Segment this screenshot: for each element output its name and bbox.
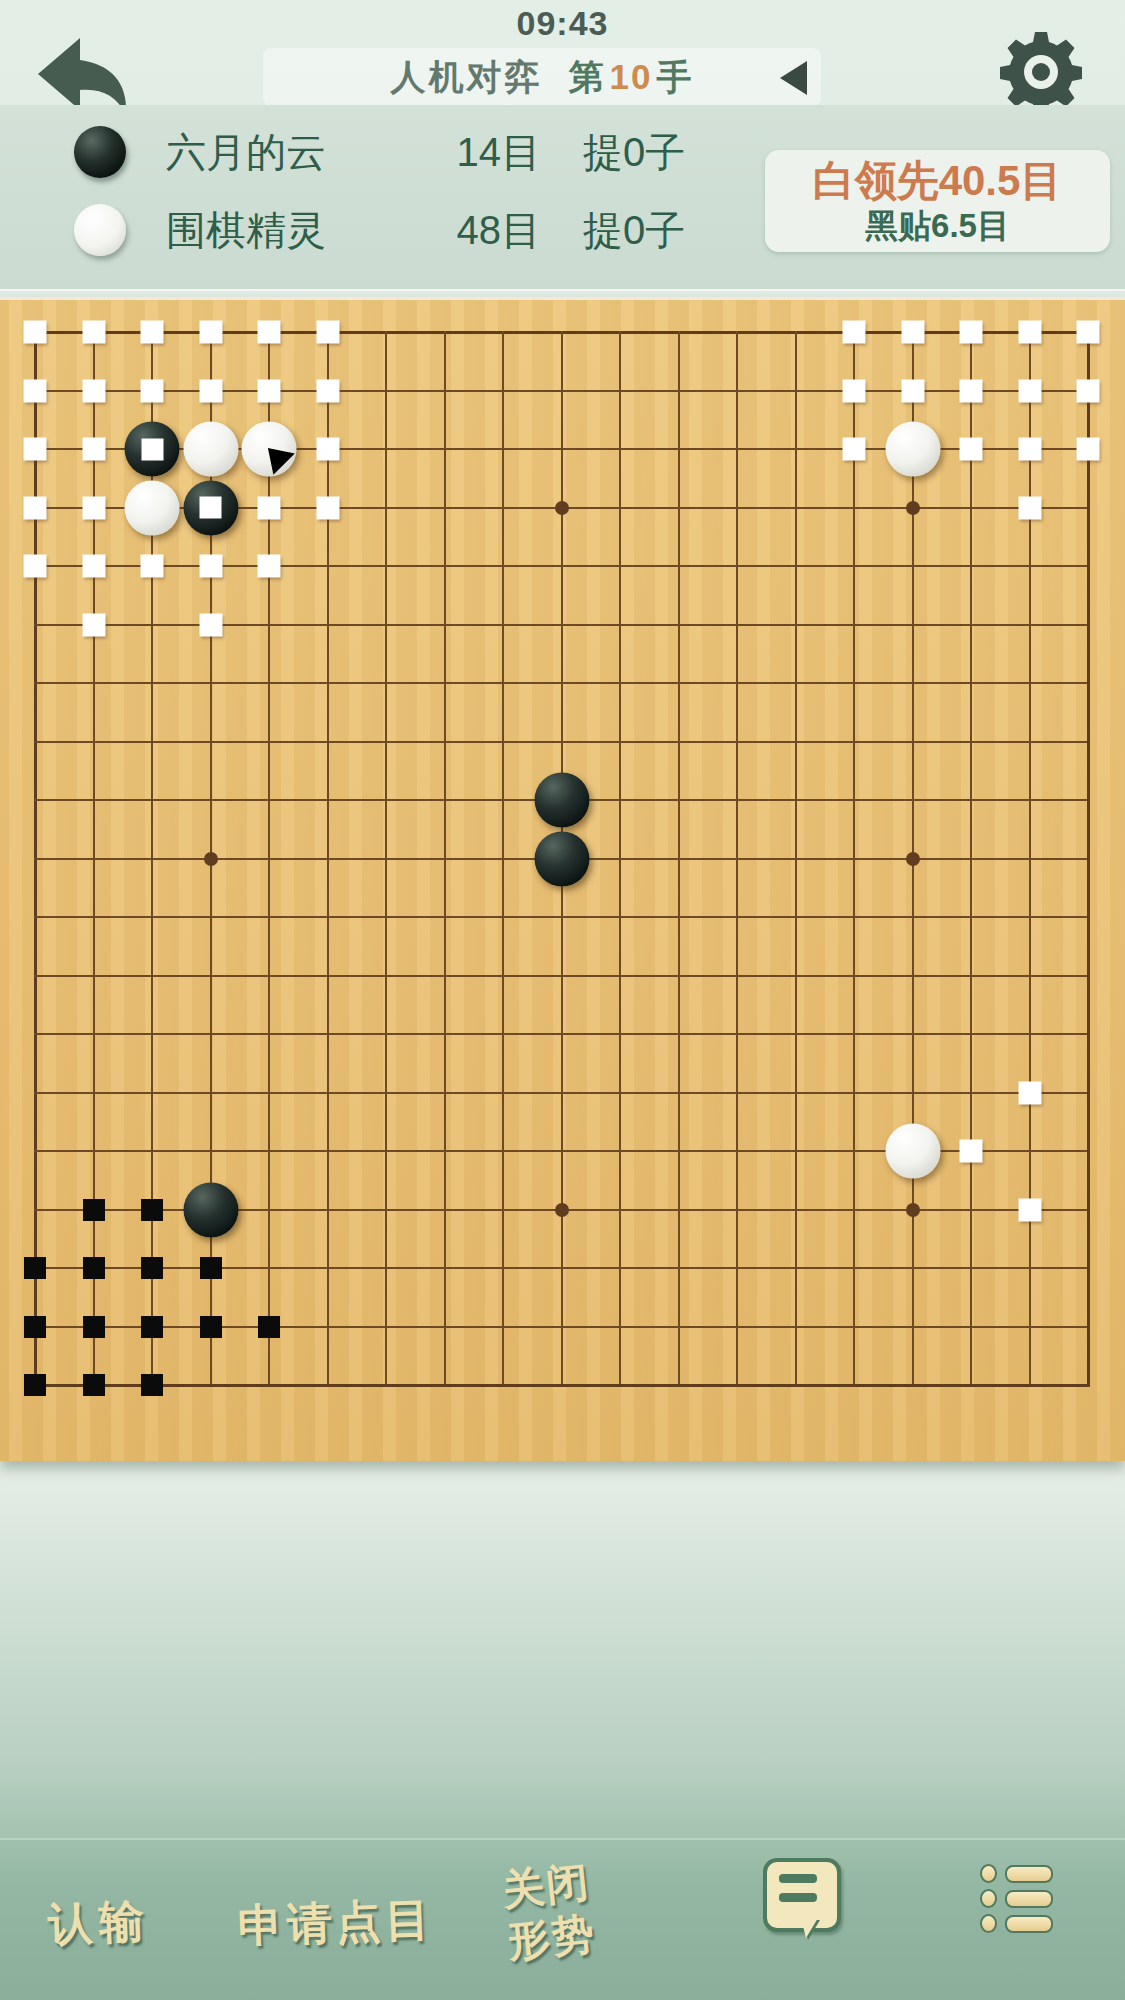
territory-marker-white	[258, 555, 281, 578]
territory-marker-white	[24, 321, 47, 344]
stone-white	[125, 480, 180, 535]
territory-marker-white	[316, 321, 339, 344]
chat-button[interactable]	[763, 1858, 841, 1932]
grid-line	[678, 331, 680, 1387]
white-player-name: 围棋精灵	[166, 203, 411, 258]
star-point	[555, 501, 569, 515]
white-captures-count: 提0子	[583, 203, 685, 258]
request-count-button[interactable]: 申请点目	[237, 1890, 435, 1957]
settings-button[interactable]	[999, 30, 1083, 114]
page-title: 人机对弈	[391, 54, 543, 101]
white-stone-avatar	[74, 204, 126, 256]
grid-line	[34, 1033, 1090, 1035]
territory-marker-white	[82, 321, 105, 344]
territory-marker-white	[141, 321, 164, 344]
territory-marker-white	[1077, 321, 1100, 344]
territory-marker-black	[24, 1257, 46, 1279]
territory-marker-white	[901, 321, 924, 344]
territory-marker-white	[24, 496, 47, 519]
territory-marker-white	[199, 321, 222, 344]
grid-line	[34, 1092, 1090, 1094]
territory-marker-white	[82, 438, 105, 461]
territory-marker-black	[141, 1199, 163, 1221]
territory-marker-white	[82, 379, 105, 402]
star-point	[555, 1203, 569, 1217]
close-estimate-button[interactable]: 关闭 形势	[500, 1856, 598, 1969]
grid-line	[34, 975, 1090, 977]
stone-white	[885, 1124, 940, 1179]
territory-marker-black	[200, 1316, 222, 1338]
territory-marker-white	[24, 438, 47, 461]
territory-marker-white	[843, 438, 866, 461]
territory-marker-white	[1018, 379, 1041, 402]
star-point	[204, 852, 218, 866]
territory-marker-white	[1018, 496, 1041, 519]
grid-line	[34, 1384, 1090, 1387]
star-point	[906, 852, 920, 866]
grid-line	[619, 331, 621, 1387]
stone-black	[534, 773, 589, 828]
territory-marker-white	[843, 379, 866, 402]
go-board[interactable]	[0, 297, 1125, 1461]
player-row-black: 六月的云 14目 提0子	[0, 113, 760, 191]
territory-marker-black	[258, 1316, 280, 1338]
territory-marker-white	[1018, 1198, 1041, 1221]
grid-line	[736, 331, 738, 1387]
territory-marker-white	[199, 379, 222, 402]
black-captures-count: 提0子	[583, 125, 685, 180]
territory-marker-black	[83, 1199, 105, 1221]
territory-marker-white	[960, 321, 983, 344]
territory-marker-white	[316, 496, 339, 519]
territory-marker-white	[82, 496, 105, 519]
settings-gear-icon	[999, 30, 1083, 114]
territory-marker-black	[200, 1257, 222, 1279]
close-estimate-line2: 形势	[505, 1907, 598, 1968]
grid-line	[34, 1267, 1090, 1269]
stone-black	[534, 831, 589, 886]
territory-marker-white	[960, 438, 983, 461]
black-player-name: 六月的云	[166, 125, 411, 180]
stone-white	[885, 422, 940, 477]
territory-marker-black	[24, 1374, 46, 1396]
white-lead-text: 白领先40.5目	[813, 156, 1063, 206]
komi-text: 黑贴6.5目	[865, 206, 1010, 246]
move-list-button[interactable]	[980, 1864, 1058, 1930]
territory-marker-white	[901, 379, 924, 402]
black-stone-avatar	[74, 126, 126, 178]
territory-marker-white	[199, 613, 222, 636]
territory-marker-black	[141, 1316, 163, 1338]
stone-white	[242, 422, 297, 477]
territory-marker-white	[258, 496, 281, 519]
dead-stone-marker	[141, 438, 163, 460]
dead-stone-marker	[200, 497, 222, 519]
territory-marker-white	[316, 379, 339, 402]
app-screen: 09:43 人机对弈 第10手	[0, 0, 1125, 2000]
territory-marker-black	[141, 1374, 163, 1396]
territory-marker-black	[83, 1316, 105, 1338]
territory-marker-white	[1018, 438, 1041, 461]
territory-marker-white	[24, 555, 47, 578]
grid-line	[1029, 331, 1031, 1387]
grid-line	[853, 331, 855, 1387]
title-band: 人机对弈 第10手	[263, 48, 821, 106]
grid-line	[795, 331, 797, 1387]
resign-button[interactable]: 认输	[47, 1891, 151, 1955]
territory-marker-black	[83, 1374, 105, 1396]
bottom-toolbar: 认输 申请点目 关闭 形势	[0, 1838, 1125, 2000]
territory-marker-white	[960, 379, 983, 402]
grid-line	[1087, 331, 1090, 1387]
territory-marker-white	[316, 438, 339, 461]
stone-black	[183, 1182, 238, 1237]
territory-marker-black	[24, 1316, 46, 1338]
move-list-icon	[980, 1864, 1058, 1933]
grid-line	[34, 1326, 1090, 1328]
territory-marker-white	[141, 555, 164, 578]
territory-marker-white	[1077, 438, 1100, 461]
territory-marker-white	[258, 379, 281, 402]
stone-black	[125, 422, 180, 477]
player-row-white: 围棋精灵 48目 提0子	[0, 191, 760, 269]
territory-marker-white	[141, 379, 164, 402]
black-territory-count: 14目	[411, 125, 541, 180]
territory-marker-white	[1018, 1081, 1041, 1104]
last-move-marker	[242, 422, 297, 477]
territory-marker-white	[843, 321, 866, 344]
territory-marker-white	[24, 379, 47, 402]
territory-marker-white	[960, 1140, 983, 1163]
move-number: 10	[606, 57, 657, 96]
players-panel: 六月的云 14目 提0子 围棋精灵 48目 提0子 白领先40.5目 黑贴6.5…	[0, 105, 1125, 289]
grid-line	[34, 916, 1090, 918]
star-point	[906, 1203, 920, 1217]
territory-marker-white	[1018, 321, 1041, 344]
star-point	[906, 501, 920, 515]
territory-marker-white	[199, 555, 222, 578]
white-territory-count: 48目	[411, 203, 541, 258]
move-indicator: 第10手	[569, 54, 694, 101]
stone-white	[183, 422, 238, 477]
territory-marker-white	[82, 613, 105, 636]
grid-line	[970, 331, 972, 1387]
territory-marker-black	[83, 1257, 105, 1279]
previous-move-triangle-icon[interactable]	[780, 61, 807, 95]
territory-marker-white	[1077, 379, 1100, 402]
territory-marker-white	[82, 555, 105, 578]
close-estimate-line1: 关闭	[500, 1856, 593, 1917]
territory-marker-white	[258, 321, 281, 344]
territory-marker-black	[141, 1257, 163, 1279]
score-estimate-box: 白领先40.5目 黑贴6.5目	[765, 150, 1110, 252]
stone-black	[183, 480, 238, 535]
